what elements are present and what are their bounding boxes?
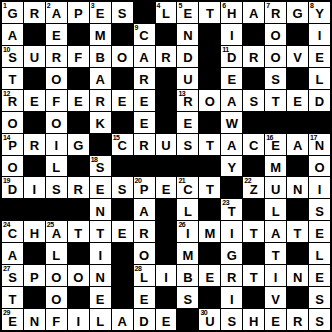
letter-cell-r11c1[interactable]: 24C bbox=[2, 221, 23, 242]
letter-cell-r12c15[interactable]: L bbox=[309, 243, 330, 264]
cell-letter: N bbox=[287, 180, 308, 198]
letter-cell-r14c3[interactable]: O bbox=[46, 287, 67, 308]
block-cell-r15c9 bbox=[177, 309, 198, 330]
letter-cell-r5c14[interactable]: E bbox=[287, 90, 308, 111]
letter-cell-r7c4[interactable]: G bbox=[68, 134, 89, 155]
cell-letter: R bbox=[24, 137, 45, 155]
cell-letter: F bbox=[46, 93, 67, 111]
letter-cell-r1c2[interactable]: R bbox=[24, 2, 45, 23]
cell-letter: T bbox=[199, 137, 220, 155]
block-cell-r14c8 bbox=[156, 287, 177, 308]
letter-cell-r6c9[interactable]: E bbox=[177, 112, 198, 133]
letter-cell-r6c1[interactable]: O bbox=[2, 112, 23, 133]
cell-letter: S bbox=[265, 71, 286, 89]
letter-cell-r5c5[interactable]: R bbox=[90, 90, 111, 111]
letter-cell-r3c4[interactable]: F bbox=[68, 46, 89, 67]
cell-letter: T bbox=[243, 224, 264, 242]
letter-cell-r8c11[interactable]: Y bbox=[221, 156, 242, 177]
cell-letter: R bbox=[265, 5, 286, 23]
block-cell-r10c6 bbox=[112, 199, 133, 220]
letter-cell-r13c11[interactable]: R bbox=[221, 265, 242, 286]
letter-cell-r11c14[interactable]: T bbox=[287, 221, 308, 242]
letter-cell-r7c12[interactable]: C bbox=[243, 134, 264, 155]
cell-letter: R bbox=[24, 5, 45, 23]
letter-cell-r7c11[interactable]: A bbox=[221, 134, 242, 155]
cell-letter: E bbox=[309, 268, 330, 286]
cell-letter: E bbox=[90, 5, 111, 23]
letter-cell-r14c5[interactable]: E bbox=[90, 287, 111, 308]
letter-cell-r15c14[interactable]: R bbox=[287, 309, 308, 330]
cell-letter: D bbox=[177, 49, 198, 67]
cell-letter: E bbox=[112, 224, 133, 242]
block-cell-r1c7 bbox=[134, 2, 155, 23]
block-cell-r12c10 bbox=[199, 243, 220, 264]
letter-cell-r10c15[interactable]: S bbox=[309, 199, 330, 220]
cell-letter: Y bbox=[221, 159, 242, 177]
cell-letter: E bbox=[177, 5, 198, 23]
letter-cell-r2c7[interactable]: 9C bbox=[134, 24, 155, 45]
letter-cell-r13c8[interactable]: I bbox=[156, 265, 177, 286]
cell-letter: E bbox=[90, 180, 111, 198]
letter-cell-r11c6[interactable]: E bbox=[112, 221, 133, 242]
letter-cell-r3c7[interactable]: A bbox=[134, 46, 155, 67]
letter-cell-r10c11[interactable]: 23T bbox=[221, 199, 242, 220]
cell-letter: G bbox=[221, 246, 242, 264]
cell-letter: E bbox=[90, 290, 111, 308]
letter-cell-r3c8[interactable]: R bbox=[156, 46, 177, 67]
block-cell-r10c8 bbox=[156, 199, 177, 220]
letter-cell-r15c7[interactable]: D bbox=[134, 309, 155, 330]
letter-cell-r8c1[interactable]: O bbox=[2, 156, 23, 177]
letter-cell-r6c5[interactable]: K bbox=[90, 112, 111, 133]
letter-cell-r3c2[interactable]: U bbox=[24, 46, 45, 67]
cell-letter: I bbox=[46, 137, 67, 155]
letter-cell-r5c11[interactable]: A bbox=[221, 90, 242, 111]
letter-cell-r4c15[interactable]: L bbox=[309, 68, 330, 89]
letter-cell-r15c2[interactable]: N bbox=[24, 309, 45, 330]
letter-cell-r4c3[interactable]: O bbox=[46, 68, 67, 89]
block-cell-r9c11 bbox=[221, 177, 242, 198]
cell-letter: M bbox=[177, 246, 198, 264]
letter-cell-r3c3[interactable]: R bbox=[46, 46, 67, 67]
letter-cell-r15c10[interactable]: 30U bbox=[199, 309, 220, 330]
cell-letter: L bbox=[46, 246, 67, 264]
cell-letter: U bbox=[265, 180, 286, 198]
letter-cell-r5c15[interactable]: D bbox=[309, 90, 330, 111]
cell-letter: N bbox=[90, 202, 111, 220]
letter-cell-r13c9[interactable]: B bbox=[177, 265, 198, 286]
cell-letter: A bbox=[90, 71, 111, 89]
cell-letter: T bbox=[243, 268, 264, 286]
block-cell-r8c12 bbox=[243, 156, 264, 177]
letter-cell-r9c14[interactable]: N bbox=[287, 177, 308, 198]
block-cell-r10c12 bbox=[243, 199, 264, 220]
cell-letter: E bbox=[156, 312, 177, 330]
cell-letter: S bbox=[309, 202, 330, 220]
letter-cell-r7c6[interactable]: 15C bbox=[112, 134, 133, 155]
cell-letter: N bbox=[24, 312, 45, 330]
letter-cell-r15c5[interactable]: L bbox=[90, 309, 111, 330]
letter-cell-r8c5[interactable]: 18S bbox=[90, 156, 111, 177]
cell-letter: R bbox=[287, 312, 308, 330]
letter-cell-r2c9[interactable]: N bbox=[177, 24, 198, 45]
letter-cell-r11c15[interactable]: E bbox=[309, 221, 330, 242]
cell-letter: S bbox=[177, 137, 198, 155]
letter-cell-r15c11[interactable]: S bbox=[221, 309, 242, 330]
cell-letter: O bbox=[68, 268, 89, 286]
letter-cell-r7c10[interactable]: T bbox=[199, 134, 220, 155]
letter-cell-r15c12[interactable]: H bbox=[243, 309, 264, 330]
block-cell-r8c4 bbox=[68, 156, 89, 177]
cell-letter: D bbox=[134, 312, 155, 330]
cell-letter: L bbox=[90, 312, 111, 330]
letter-cell-r12c9[interactable]: M bbox=[177, 243, 198, 264]
letter-cell-r7c3[interactable]: I bbox=[46, 134, 67, 155]
letter-cell-r1c8[interactable]: 4L bbox=[156, 2, 177, 23]
block-cell-r2c10 bbox=[199, 24, 220, 45]
letter-cell-r3c9[interactable]: D bbox=[177, 46, 198, 67]
letter-cell-r2c1[interactable]: A bbox=[2, 24, 23, 45]
letter-cell-r15c13[interactable]: E bbox=[265, 309, 286, 330]
letter-cell-r8c15[interactable]: O bbox=[309, 156, 330, 177]
letter-cell-r5c7[interactable]: E bbox=[134, 90, 155, 111]
letter-cell-r5c4[interactable]: E bbox=[68, 90, 89, 111]
letter-cell-r6c7[interactable]: E bbox=[134, 112, 155, 133]
cell-letter: C bbox=[2, 224, 23, 242]
cell-letter: U bbox=[199, 312, 220, 330]
letter-cell-r7c13[interactable]: 16E bbox=[265, 134, 286, 155]
cell-letter: I bbox=[177, 224, 198, 242]
cell-letter: N bbox=[177, 27, 198, 45]
cell-letter: T bbox=[90, 224, 111, 242]
letter-cell-r3c6[interactable]: O bbox=[112, 46, 133, 67]
cell-letter: Z bbox=[243, 180, 264, 198]
letter-cell-r14c13[interactable]: V bbox=[265, 287, 286, 308]
cell-letter: R bbox=[134, 224, 155, 242]
cell-letter: C bbox=[243, 137, 264, 155]
cell-letter: H bbox=[221, 5, 242, 23]
letter-cell-r7c7[interactable]: R bbox=[134, 134, 155, 155]
letter-cell-r13c2[interactable]: P bbox=[24, 265, 45, 286]
block-cell-r12c8 bbox=[156, 243, 177, 264]
letter-cell-r13c7[interactable]: 28L bbox=[134, 265, 155, 286]
letter-cell-r7c9[interactable]: S bbox=[177, 134, 198, 155]
letter-cell-r1c6[interactable]: S bbox=[112, 2, 133, 23]
cell-letter: E bbox=[24, 93, 45, 111]
letter-cell-r9c13[interactable]: U bbox=[265, 177, 286, 198]
letter-cell-r1c10[interactable]: T bbox=[199, 2, 220, 23]
cell-letter: U bbox=[156, 137, 177, 155]
cell-letter: I bbox=[221, 290, 242, 308]
letter-cell-r13c10[interactable]: E bbox=[199, 265, 220, 286]
cell-letter: A bbox=[243, 5, 264, 23]
letter-cell-r1c15[interactable]: 8Y bbox=[309, 2, 330, 23]
letter-cell-r2c11[interactable]: I bbox=[221, 24, 242, 45]
letter-cell-r11c10[interactable]: M bbox=[199, 221, 220, 242]
letter-cell-r9c15[interactable]: I bbox=[309, 177, 330, 198]
cell-letter: R bbox=[2, 93, 23, 111]
cell-letter: S bbox=[309, 312, 330, 330]
letter-cell-r11c13[interactable]: A bbox=[265, 221, 286, 242]
block-cell-r6c10 bbox=[199, 112, 220, 133]
cell-letter: O bbox=[2, 159, 23, 177]
letter-cell-r4c13[interactable]: S bbox=[265, 68, 286, 89]
letter-cell-r10c13[interactable]: L bbox=[265, 199, 286, 220]
cell-letter: E bbox=[134, 115, 155, 133]
letter-cell-r9c1[interactable]: 19D bbox=[2, 177, 23, 198]
cell-letter: D bbox=[2, 180, 23, 198]
letter-cell-r15c1[interactable]: 29E bbox=[2, 309, 23, 330]
cell-letter: T bbox=[265, 93, 286, 111]
block-cell-r8c7 bbox=[134, 156, 155, 177]
letter-cell-r12c3[interactable]: L bbox=[46, 243, 67, 264]
cell-letter: E bbox=[156, 180, 177, 198]
letter-cell-r5c12[interactable]: S bbox=[243, 90, 264, 111]
letter-cell-r1c5[interactable]: 3E bbox=[90, 2, 111, 23]
cell-letter: V bbox=[287, 49, 308, 67]
letter-cell-r10c5[interactable]: N bbox=[90, 199, 111, 220]
letter-cell-r4c9[interactable]: U bbox=[177, 68, 198, 89]
letter-cell-r1c3[interactable]: 2A bbox=[46, 2, 67, 23]
letter-cell-r11c2[interactable]: H bbox=[24, 221, 45, 242]
letter-cell-r9c12[interactable]: 22Z bbox=[243, 177, 264, 198]
letter-cell-r14c15[interactable]: S bbox=[309, 287, 330, 308]
cell-letter: T bbox=[2, 290, 23, 308]
block-cell-r10c3 bbox=[46, 199, 67, 220]
letter-cell-r4c1[interactable]: T bbox=[2, 68, 23, 89]
block-cell-r12c6 bbox=[112, 243, 133, 264]
letter-cell-r12c7[interactable]: O bbox=[134, 243, 155, 264]
letter-cell-r12c5[interactable]: I bbox=[90, 243, 111, 264]
letter-cell-r7c15[interactable]: 17N bbox=[309, 134, 330, 155]
block-cell-r4c14 bbox=[287, 68, 308, 89]
letter-cell-r13c1[interactable]: 27S bbox=[2, 265, 23, 286]
letter-cell-r1c13[interactable]: 7R bbox=[265, 2, 286, 23]
block-cell-r10c1 bbox=[2, 199, 23, 220]
letter-cell-r1c1[interactable]: 1G bbox=[2, 2, 23, 23]
letter-cell-r9c9[interactable]: 21C bbox=[177, 177, 198, 198]
letter-cell-r12c13[interactable]: T bbox=[265, 243, 286, 264]
letter-cell-r9c4[interactable]: R bbox=[68, 177, 89, 198]
letter-cell-r8c3[interactable]: L bbox=[46, 156, 67, 177]
letter-cell-r4c7[interactable]: R bbox=[134, 68, 155, 89]
letter-cell-r11c11[interactable]: I bbox=[221, 221, 242, 242]
letter-cell-r11c7[interactable]: R bbox=[134, 221, 155, 242]
cell-letter: N bbox=[287, 268, 308, 286]
cell-letter: V bbox=[265, 290, 286, 308]
cell-letter: S bbox=[243, 93, 264, 111]
letter-cell-r3c14[interactable]: V bbox=[287, 46, 308, 67]
cell-letter: R bbox=[46, 49, 67, 67]
letter-cell-r15c4[interactable]: I bbox=[68, 309, 89, 330]
cell-letter: C bbox=[112, 137, 133, 155]
block-cell-r12c14 bbox=[287, 243, 308, 264]
block-cell-r14c6 bbox=[112, 287, 133, 308]
letter-cell-r3c11[interactable]: 11D bbox=[221, 46, 242, 67]
letter-cell-r9c3[interactable]: S bbox=[46, 177, 67, 198]
letter-cell-r5c13[interactable]: T bbox=[265, 90, 286, 111]
letter-cell-r6c11[interactable]: W bbox=[221, 112, 242, 133]
block-cell-r4c10 bbox=[199, 68, 220, 89]
letter-cell-r11c9[interactable]: 26I bbox=[177, 221, 198, 242]
letter-cell-r2c5[interactable]: M bbox=[90, 24, 111, 45]
cell-letter: S bbox=[309, 290, 330, 308]
letter-cell-r5c6[interactable]: E bbox=[112, 90, 133, 111]
letter-cell-r15c3[interactable]: F bbox=[46, 309, 67, 330]
cell-letter: R bbox=[243, 49, 264, 67]
letter-cell-r12c1[interactable]: A bbox=[2, 243, 23, 264]
letter-cell-r13c12[interactable]: T bbox=[243, 265, 264, 286]
cell-letter: O bbox=[46, 71, 67, 89]
cell-letter: E bbox=[68, 93, 89, 111]
cell-letter: M bbox=[265, 159, 286, 177]
letter-cell-r11c5[interactable]: T bbox=[90, 221, 111, 242]
block-cell-r6c12 bbox=[243, 112, 264, 133]
letter-cell-r2c15[interactable]: I bbox=[309, 24, 330, 45]
block-cell-r4c12 bbox=[243, 68, 264, 89]
block-cell-r14c4 bbox=[68, 287, 89, 308]
cell-letter: E bbox=[265, 137, 286, 155]
cell-letter: I bbox=[309, 180, 330, 198]
letter-cell-r7c2[interactable]: R bbox=[24, 134, 45, 155]
letter-cell-r13c3[interactable]: O bbox=[46, 265, 67, 286]
cell-letter: T bbox=[265, 246, 286, 264]
cell-letter: E bbox=[199, 268, 220, 286]
block-cell-r10c14 bbox=[287, 199, 308, 220]
cell-letter: C bbox=[134, 27, 155, 45]
letter-cell-r1c14[interactable]: G bbox=[287, 2, 308, 23]
cell-letter: N bbox=[90, 268, 111, 286]
letter-cell-r10c7[interactable]: A bbox=[134, 199, 155, 220]
cell-letter: A bbox=[221, 137, 242, 155]
letter-cell-r7c14[interactable]: A bbox=[287, 134, 308, 155]
cell-letter: R bbox=[221, 268, 242, 286]
letter-cell-r10c9[interactable]: L bbox=[177, 199, 198, 220]
letter-cell-r13c13[interactable]: I bbox=[265, 265, 286, 286]
letter-cell-r6c3[interactable]: O bbox=[46, 112, 67, 133]
block-cell-r5c8 bbox=[156, 90, 177, 111]
letter-cell-r4c5[interactable]: A bbox=[90, 68, 111, 89]
cell-letter: O bbox=[46, 115, 67, 133]
letter-cell-r11c4[interactable]: T bbox=[68, 221, 89, 242]
cell-letter: L bbox=[265, 202, 286, 220]
letter-cell-r1c9[interactable]: 5E bbox=[177, 2, 198, 23]
cell-letter: R bbox=[134, 71, 155, 89]
letter-cell-r4c11[interactable]: E bbox=[221, 68, 242, 89]
letter-cell-r15c8[interactable]: E bbox=[156, 309, 177, 330]
cell-letter: I bbox=[221, 27, 242, 45]
letter-cell-r9c10[interactable]: T bbox=[199, 177, 220, 198]
letter-cell-r3c12[interactable]: R bbox=[243, 46, 264, 67]
letter-cell-r13c5[interactable]: N bbox=[90, 265, 111, 286]
block-cell-r6c2 bbox=[24, 112, 45, 133]
block-cell-r14c14 bbox=[287, 287, 308, 308]
letter-cell-r8c13[interactable]: M bbox=[265, 156, 286, 177]
letter-cell-r13c15[interactable]: E bbox=[309, 265, 330, 286]
letter-cell-r14c11[interactable]: I bbox=[221, 287, 242, 308]
letter-cell-r14c9[interactable]: S bbox=[177, 287, 198, 308]
letter-cell-r5c9[interactable]: 13R bbox=[177, 90, 198, 111]
block-cell-r8c8 bbox=[156, 156, 177, 177]
letter-cell-r14c1[interactable]: T bbox=[2, 287, 23, 308]
letter-cell-r2c3[interactable]: E bbox=[46, 24, 67, 45]
cell-letter: T bbox=[199, 180, 220, 198]
cell-letter: S bbox=[90, 159, 111, 177]
letter-cell-r5c10[interactable]: O bbox=[199, 90, 220, 111]
block-cell-r6c14 bbox=[287, 112, 308, 133]
letter-cell-r15c15[interactable]: S bbox=[309, 309, 330, 330]
cell-letter: I bbox=[265, 268, 286, 286]
block-cell-r2c6 bbox=[112, 24, 133, 45]
cell-letter: B bbox=[177, 268, 198, 286]
block-cell-r2c14 bbox=[287, 24, 308, 45]
block-cell-r12c2 bbox=[24, 243, 45, 264]
letter-cell-r9c6[interactable]: S bbox=[112, 177, 133, 198]
block-cell-r2c2 bbox=[24, 24, 45, 45]
cell-letter: I bbox=[24, 180, 45, 198]
block-cell-r8c9 bbox=[177, 156, 198, 177]
cell-letter: E bbox=[46, 27, 67, 45]
letter-cell-r12c11[interactable]: G bbox=[221, 243, 242, 264]
letter-cell-r9c5[interactable]: E bbox=[90, 177, 111, 198]
letter-cell-r9c8[interactable]: E bbox=[156, 177, 177, 198]
cell-letter: E bbox=[221, 71, 242, 89]
cell-letter: L bbox=[309, 246, 330, 264]
letter-cell-r11c3[interactable]: 25A bbox=[46, 221, 67, 242]
letter-cell-r7c1[interactable]: 14P bbox=[2, 134, 23, 155]
cell-letter: O bbox=[265, 27, 286, 45]
cell-letter: O bbox=[199, 93, 220, 111]
cell-letter: L bbox=[156, 5, 177, 23]
letter-cell-r13c14[interactable]: N bbox=[287, 265, 308, 286]
block-cell-r11c8 bbox=[156, 221, 177, 242]
letter-cell-r1c4[interactable]: P bbox=[68, 2, 89, 23]
letter-cell-r3c15[interactable]: E bbox=[309, 46, 330, 67]
cell-letter: H bbox=[243, 312, 264, 330]
cell-letter: T bbox=[68, 224, 89, 242]
cell-letter: R bbox=[90, 93, 111, 111]
letter-cell-r3c1[interactable]: 10S bbox=[2, 46, 23, 67]
cell-letter: G bbox=[2, 5, 23, 23]
letter-cell-r5c1[interactable]: 12R bbox=[2, 90, 23, 111]
cell-letter: A bbox=[221, 93, 242, 111]
letter-cell-r1c11[interactable]: 6H bbox=[221, 2, 242, 23]
letter-cell-r11c12[interactable]: T bbox=[243, 221, 264, 242]
cell-letter: G bbox=[287, 5, 308, 23]
letter-cell-r3c5[interactable]: B bbox=[90, 46, 111, 67]
letter-cell-r5c2[interactable]: E bbox=[24, 90, 45, 111]
letter-cell-r2c13[interactable]: O bbox=[265, 24, 286, 45]
letter-cell-r7c8[interactable]: U bbox=[156, 134, 177, 155]
cell-letter: N bbox=[309, 137, 330, 155]
letter-cell-r9c2[interactable]: I bbox=[24, 177, 45, 198]
cell-letter: O bbox=[46, 290, 67, 308]
letter-cell-r14c7[interactable]: E bbox=[134, 287, 155, 308]
letter-cell-r3c13[interactable]: O bbox=[265, 46, 286, 67]
cell-letter: T bbox=[287, 224, 308, 242]
cell-letter: U bbox=[24, 49, 45, 67]
letter-cell-r15c6[interactable]: A bbox=[112, 309, 133, 330]
cell-letter: A bbox=[287, 137, 308, 155]
letter-cell-r13c4[interactable]: O bbox=[68, 265, 89, 286]
cell-letter: O bbox=[134, 246, 155, 264]
letter-cell-r5c3[interactable]: F bbox=[46, 90, 67, 111]
letter-cell-r1c12[interactable]: A bbox=[243, 2, 264, 23]
cell-letter: E bbox=[287, 93, 308, 111]
cell-letter: S bbox=[177, 290, 198, 308]
cell-letter: T bbox=[2, 71, 23, 89]
letter-cell-r9c7[interactable]: 20P bbox=[134, 177, 155, 198]
